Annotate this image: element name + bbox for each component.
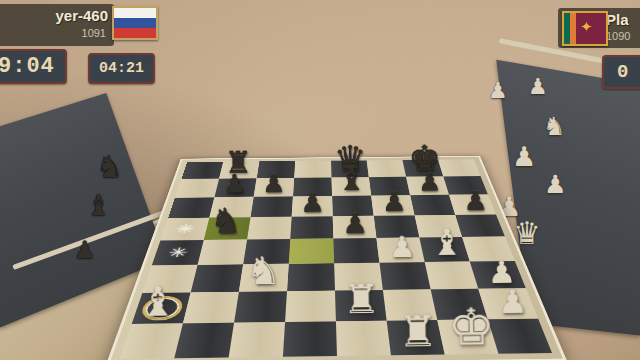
- square-d2[interactable]: [285, 291, 336, 322]
- white-bishop-a2[interactable]: ♝: [139, 282, 177, 323]
- square-f1[interactable]: ♜: [387, 320, 445, 355]
- white-knight-c3[interactable]: ♞: [245, 252, 281, 291]
- square-g6[interactable]: [410, 195, 455, 216]
- square-b7[interactable]: ♟: [214, 178, 256, 197]
- captured-white-pawn: ♟: [528, 76, 548, 98]
- square-a6[interactable]: [168, 197, 214, 218]
- square-d5[interactable]: [290, 216, 333, 239]
- square-e2[interactable]: ♜: [335, 290, 387, 321]
- black-knight-b5[interactable]: ♞: [209, 204, 241, 239]
- square-h8[interactable]: [438, 159, 480, 176]
- square-g1[interactable]: ♚: [437, 319, 498, 354]
- black-pawn-g7[interactable]: ♟: [417, 169, 441, 194]
- captured-black-knight: ♞: [96, 152, 123, 182]
- flag-lion-emblem: ✦: [580, 18, 593, 36]
- white-rook-f1[interactable]: ♜: [397, 310, 437, 353]
- captured-white-pawn: ♟: [488, 80, 508, 102]
- last-move-highlight-b5[interactable]: ♞: [204, 217, 251, 240]
- white-king-g1[interactable]: ♚: [447, 301, 495, 353]
- flag-stripe: [114, 8, 156, 18]
- square-c1[interactable]: [229, 322, 285, 358]
- square-a1[interactable]: [120, 323, 183, 359]
- square-f6[interactable]: ♟: [371, 195, 414, 216]
- square-f3[interactable]: [379, 262, 430, 290]
- square-c7[interactable]: ♟: [254, 178, 294, 197]
- square-d8[interactable]: [294, 161, 331, 178]
- black-pawn-d6[interactable]: ♟: [300, 189, 325, 216]
- square-e5[interactable]: ♟: [333, 216, 377, 239]
- sri-lanka-flag-icon: ✦: [562, 11, 608, 46]
- captured-white-knight: ♞: [543, 114, 565, 139]
- player-panel-left: yer-460 1091: [0, 4, 114, 46]
- black-pawn-e5[interactable]: ♟: [342, 210, 368, 238]
- captured-white-pawn: ♟: [544, 172, 566, 197]
- flag-stripe: [114, 28, 156, 38]
- captured-white-pawn: ♟: [512, 144, 536, 171]
- square-c5[interactable]: [247, 217, 292, 240]
- clock-right-main: 0: [602, 55, 640, 89]
- player-name-right: Pla: [606, 11, 629, 28]
- white-bishop-g4[interactable]: ♝: [430, 225, 464, 261]
- move-star-icon-a5: ✳: [174, 222, 196, 236]
- flag-stripe: [570, 13, 576, 44]
- clock-left-move: 04:21: [88, 53, 155, 84]
- square-h6[interactable]: ♟: [449, 194, 496, 214]
- square-a2[interactable]: ♝: [132, 292, 191, 324]
- white-rook-e2[interactable]: ♜: [342, 279, 380, 320]
- square-e1[interactable]: [336, 321, 391, 356]
- square-f8[interactable]: [367, 160, 406, 177]
- clock-left-main: 9:04: [0, 49, 67, 84]
- captured-black-bishop: ♝: [86, 192, 111, 220]
- game-screen: ♞♝♟♟♟♞♟♟♟♛ ♜♛♚♟♟♝♟♟♟♟✳♞♟✳♟♝♞♟♝♜♟♜♚ yer-4…: [0, 0, 640, 360]
- move-star-icon-a4: ✳: [167, 245, 191, 260]
- square-c2[interactable]: [234, 291, 287, 322]
- player-rating-left: 1091: [82, 27, 106, 39]
- black-pawn-c7[interactable]: ♟: [261, 171, 285, 196]
- black-bishop-e7[interactable]: ♝: [337, 164, 366, 195]
- square-g3[interactable]: [425, 262, 479, 290]
- black-pawn-h6[interactable]: ♟: [463, 188, 488, 214]
- square-d6[interactable]: ♟: [292, 196, 333, 217]
- square-b1[interactable]: [174, 323, 234, 359]
- square-g4[interactable]: ♝: [419, 237, 469, 262]
- square-c3[interactable]: ♞: [239, 264, 289, 292]
- white-pawn-f4[interactable]: ♟: [388, 232, 415, 261]
- square-d3[interactable]: [287, 263, 335, 291]
- white-pawn-h2[interactable]: ♟: [497, 285, 528, 318]
- square-c6[interactable]: [251, 196, 293, 217]
- square-b3[interactable]: [191, 264, 244, 292]
- square-a8[interactable]: [181, 162, 223, 179]
- player-rating-right: 1090: [606, 30, 630, 42]
- black-pawn-b7[interactable]: ♟: [222, 171, 246, 196]
- square-e7[interactable]: ♝: [332, 177, 372, 196]
- board-tilt: ♜♛♚♟♟♝♟♟♟♟✳♞♟✳♟♝♞♟♝♜♟♜♚: [120, 159, 552, 359]
- flag-stripe: [114, 18, 156, 28]
- square-a5[interactable]: ✳: [160, 218, 209, 241]
- square-g7[interactable]: ♟: [406, 176, 449, 195]
- black-pawn-f6[interactable]: ♟: [381, 188, 406, 214]
- chess-board[interactable]: ♜♛♚♟♟♝♟♟♟♟✳♞♟✳♟♝♞♟♝♜♟♜♚: [120, 159, 552, 359]
- player-name-left: yer-460: [55, 7, 108, 24]
- square-b2[interactable]: [183, 292, 239, 324]
- square-a7[interactable]: [175, 179, 219, 198]
- captured-black-pawn: ♟: [74, 238, 96, 262]
- square-a4[interactable]: ✳: [152, 240, 204, 265]
- russia-flag-icon: [112, 6, 158, 40]
- square-d1[interactable]: [283, 321, 337, 356]
